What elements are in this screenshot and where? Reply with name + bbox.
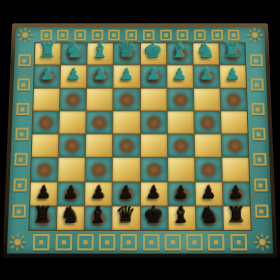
board-square[interactable] (114, 88, 140, 110)
board-square[interactable] (31, 158, 58, 181)
board-square[interactable] (140, 111, 166, 133)
greek-key-unit (14, 153, 28, 166)
board-square[interactable]: ♝ (168, 206, 195, 230)
board-square[interactable]: ♛ (114, 43, 139, 64)
piece-verdigris-pawn[interactable]: ♟ (119, 67, 134, 83)
piece-verdigris-bishop[interactable]: ♝ (170, 41, 189, 61)
piece-verdigris-pawn[interactable]: ♟ (225, 67, 240, 83)
board-square[interactable]: ♚ (140, 43, 165, 64)
board-square[interactable] (195, 158, 222, 181)
board-square[interactable]: ♟ (34, 66, 60, 88)
board-square[interactable] (222, 134, 249, 157)
greek-key-unit (12, 204, 26, 217)
board-square[interactable]: ♜ (223, 206, 250, 230)
greek-key-unit (18, 54, 31, 66)
board-square[interactable] (59, 134, 86, 157)
board-square[interactable]: ♟ (140, 66, 166, 88)
board-square[interactable]: ♛ (113, 206, 140, 230)
sun-icon (15, 27, 35, 42)
board-square[interactable]: ♟ (193, 66, 219, 88)
board-square[interactable] (58, 158, 85, 181)
board-square[interactable] (220, 88, 246, 110)
board-square[interactable] (113, 111, 139, 133)
greek-key-unit (164, 234, 181, 250)
board-square[interactable] (113, 134, 139, 157)
board-square[interactable] (141, 158, 167, 181)
photo-background: ♜♞♝♛♚♝♞♜♟♟♟♟♟♟♟♟♟♟♟♟♟♟♟♟♜♞♝♛♚♝♞♜ (0, 0, 280, 280)
board-square[interactable] (87, 88, 113, 110)
greek-key-unit (15, 128, 28, 141)
greek-key-unit (253, 153, 267, 166)
piece-verdigris-queen[interactable]: ♛ (117, 41, 136, 61)
sun-icon (252, 231, 273, 254)
piece-dark-bronze-bishop[interactable]: ♝ (171, 203, 191, 225)
board-square[interactable]: ♜ (219, 43, 245, 64)
piece-dark-bronze-pawn[interactable]: ♟ (228, 183, 244, 200)
board-square[interactable] (194, 88, 220, 110)
board-square[interactable] (33, 88, 59, 110)
board-square[interactable] (222, 158, 249, 181)
board-squares: ♜♞♝♛♚♝♞♜♟♟♟♟♟♟♟♟♟♟♟♟♟♟♟♟♜♞♝♛♚♝♞♜ (28, 42, 251, 231)
piece-verdigris-pawn[interactable]: ♟ (199, 67, 214, 83)
board-square[interactable] (140, 88, 166, 110)
board-square[interactable] (168, 134, 194, 157)
piece-verdigris-bishop[interactable]: ♝ (91, 41, 110, 61)
greek-key-unit (17, 78, 30, 90)
sun-icon (7, 231, 28, 254)
greek-key-unit (99, 234, 116, 250)
board-square[interactable] (86, 111, 112, 133)
board-square[interactable]: ♜ (35, 43, 61, 64)
board-square[interactable]: ♝ (167, 43, 193, 64)
piece-verdigris-pawn[interactable]: ♟ (93, 67, 108, 83)
greek-key-unit (208, 234, 225, 250)
board-square[interactable]: ♞ (193, 43, 219, 64)
piece-dark-bronze-bishop[interactable]: ♝ (88, 203, 108, 225)
piece-verdigris-rook[interactable]: ♜ (222, 41, 242, 61)
piece-verdigris-pawn[interactable]: ♟ (39, 67, 54, 83)
board-square[interactable] (168, 158, 195, 181)
board-square[interactable]: ♞ (196, 206, 223, 230)
board-square[interactable]: ♟ (61, 66, 87, 88)
board-square[interactable] (59, 111, 85, 133)
board-square[interactable] (167, 111, 193, 133)
piece-verdigris-rook[interactable]: ♜ (38, 41, 58, 61)
board-square[interactable] (86, 134, 112, 157)
greek-key-unit (254, 204, 268, 217)
piece-dark-bronze-pawn[interactable]: ♟ (63, 183, 79, 200)
greek-key-unit (121, 234, 138, 250)
piece-dark-bronze-king[interactable]: ♚ (144, 203, 164, 225)
board-square[interactable] (140, 134, 166, 157)
greek-key-unit (77, 234, 94, 250)
piece-verdigris-king[interactable]: ♚ (144, 41, 163, 61)
board-square[interactable] (221, 111, 248, 133)
piece-verdigris-knight[interactable]: ♞ (64, 41, 84, 61)
piece-dark-bronze-knight[interactable]: ♞ (60, 203, 81, 225)
greek-key-unit (250, 78, 263, 90)
board-square[interactable] (86, 158, 113, 181)
board-square[interactable]: ♝ (88, 43, 114, 64)
board-square[interactable]: ♟ (167, 66, 193, 88)
piece-verdigris-pawn[interactable]: ♟ (146, 67, 161, 83)
board-square[interactable]: ♞ (61, 43, 87, 64)
board-frame: ♜♞♝♛♚♝♞♜♟♟♟♟♟♟♟♟♟♟♟♟♟♟♟♟♜♞♝♛♚♝♞♜ (7, 27, 273, 254)
piece-dark-bronze-pawn[interactable]: ♟ (91, 183, 107, 200)
board-square[interactable] (113, 158, 139, 181)
piece-dark-bronze-pawn[interactable]: ♟ (118, 183, 134, 200)
piece-dark-bronze-rook[interactable]: ♜ (226, 203, 247, 225)
piece-dark-bronze-queen[interactable]: ♛ (116, 203, 136, 225)
piece-verdigris-knight[interactable]: ♞ (196, 41, 216, 61)
greek-key-unit (16, 103, 29, 115)
board-square[interactable] (60, 88, 86, 110)
board-square[interactable] (194, 111, 220, 133)
greek-key-unit (251, 103, 264, 115)
piece-dark-bronze-knight[interactable]: ♞ (199, 203, 220, 225)
board-square[interactable]: ♞ (57, 206, 84, 230)
greek-key-unit (13, 178, 27, 191)
piece-dark-bronze-pawn[interactable]: ♟ (146, 183, 162, 200)
board-square[interactable] (167, 88, 193, 110)
sun-icon (245, 27, 265, 42)
piece-verdigris-pawn[interactable]: ♟ (172, 67, 187, 83)
piece-dark-bronze-pawn[interactable]: ♟ (201, 183, 217, 200)
board-square[interactable]: ♜ (29, 206, 56, 230)
piece-dark-bronze-pawn[interactable]: ♟ (173, 183, 189, 200)
board-square[interactable] (32, 134, 59, 157)
greek-key-unit (55, 234, 72, 250)
meander-border-bottom (28, 231, 253, 254)
greek-key-unit (249, 54, 262, 66)
board-square[interactable] (195, 134, 222, 157)
board-square[interactable]: ♟ (220, 66, 246, 88)
piece-dark-bronze-pawn[interactable]: ♟ (36, 183, 52, 200)
greek-key-unit (186, 234, 203, 250)
chess-board: ♜♞♝♛♚♝♞♜♟♟♟♟♟♟♟♟♟♟♟♟♟♟♟♟♜♞♝♛♚♝♞♜ (3, 23, 278, 257)
board-square[interactable]: ♝ (85, 206, 112, 230)
greek-key-unit (143, 234, 160, 250)
board-square[interactable]: ♟ (87, 66, 113, 88)
board-square[interactable] (32, 111, 59, 133)
greek-key-unit (254, 178, 268, 191)
board-square[interactable]: ♟ (114, 66, 140, 88)
greek-key-unit (230, 234, 247, 250)
greek-key-unit (252, 128, 265, 141)
piece-dark-bronze-rook[interactable]: ♜ (33, 203, 54, 225)
board-square[interactable]: ♚ (141, 206, 168, 230)
greek-key-unit (33, 234, 50, 250)
piece-verdigris-pawn[interactable]: ♟ (66, 67, 81, 83)
